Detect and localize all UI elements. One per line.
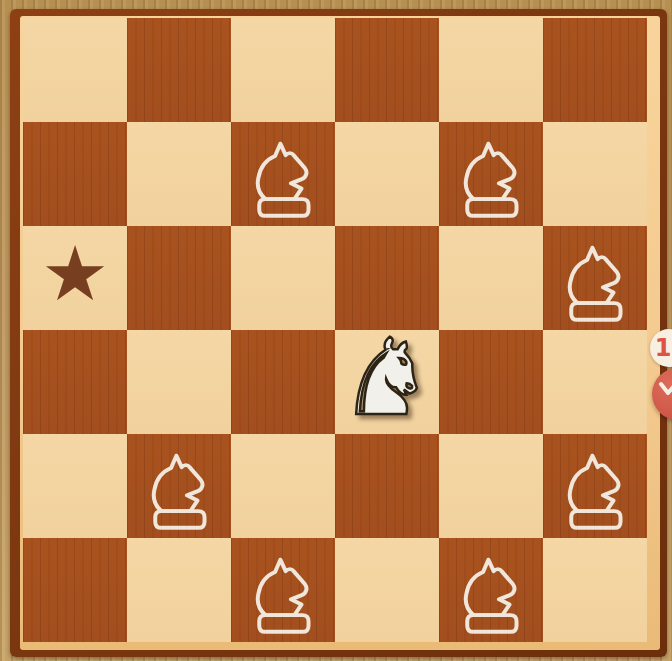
square-a2[interactable]	[23, 434, 127, 538]
square-b4[interactable]	[127, 226, 231, 330]
square-e5[interactable]	[439, 122, 543, 226]
square-b2[interactable]	[127, 434, 231, 538]
square-c3[interactable]	[231, 330, 335, 434]
ghost-knight-icon	[447, 134, 535, 222]
ghost-knight-icon	[135, 446, 223, 534]
ghost-knight-icon	[551, 238, 639, 326]
square-a1[interactable]	[23, 538, 127, 642]
ghost-knight-icon	[447, 550, 535, 638]
square-f5[interactable]	[543, 122, 647, 226]
square-b1[interactable]	[127, 538, 231, 642]
notification-count: 1	[655, 334, 672, 362]
square-d1[interactable]	[335, 538, 439, 642]
square-f6[interactable]	[543, 18, 647, 122]
square-c6[interactable]	[231, 18, 335, 122]
square-f1[interactable]	[543, 538, 647, 642]
square-d5[interactable]	[335, 122, 439, 226]
square-c2[interactable]	[231, 434, 335, 538]
square-b5[interactable]	[127, 122, 231, 226]
square-f4[interactable]	[543, 226, 647, 330]
square-d4[interactable]	[335, 226, 439, 330]
ghost-knight-icon	[551, 446, 639, 534]
square-c1[interactable]	[231, 538, 335, 642]
star-hint-icon: ★	[41, 222, 109, 326]
square-b6[interactable]	[127, 18, 231, 122]
square-b3[interactable]	[127, 330, 231, 434]
square-e2[interactable]	[439, 434, 543, 538]
square-e6[interactable]	[439, 18, 543, 122]
square-d3[interactable]: ♞	[335, 330, 439, 434]
square-a4[interactable]: ★	[23, 226, 127, 330]
square-c4[interactable]	[231, 226, 335, 330]
square-d6[interactable]	[335, 18, 439, 122]
white-knight[interactable]: ♞	[339, 326, 434, 430]
board: ★♞	[23, 18, 647, 642]
square-f2[interactable]	[543, 434, 647, 538]
square-e4[interactable]	[439, 226, 543, 330]
square-a6[interactable]	[23, 18, 127, 122]
square-a3[interactable]	[23, 330, 127, 434]
square-f3[interactable]	[543, 330, 647, 434]
square-e3[interactable]	[439, 330, 543, 434]
square-e1[interactable]	[439, 538, 543, 642]
square-a5[interactable]	[23, 122, 127, 226]
square-d2[interactable]	[335, 434, 439, 538]
ghost-knight-icon	[239, 550, 327, 638]
square-c5[interactable]	[231, 122, 335, 226]
ghost-knight-icon	[239, 134, 327, 222]
